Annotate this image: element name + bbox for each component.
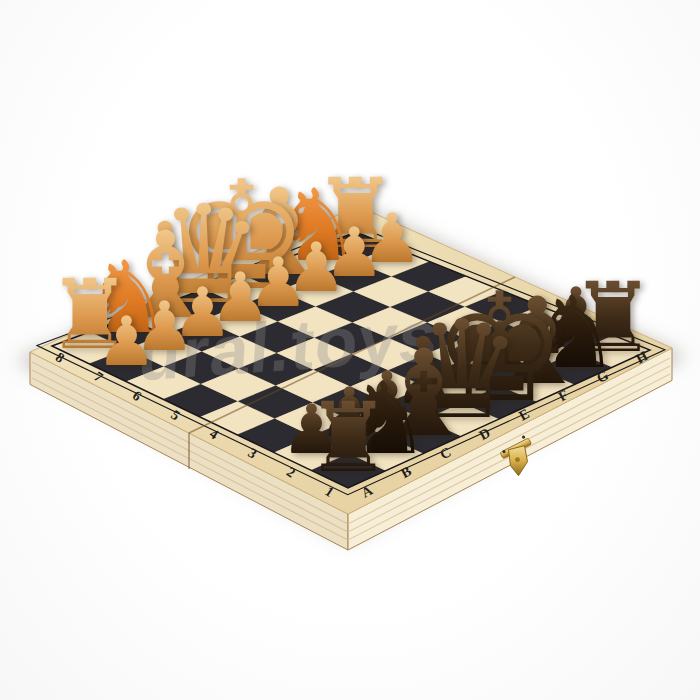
product-photo-scene: 87654321ABCDEFGH ural.toys ♜♞♝♛♚♝♞♜♟♟♟♟♟… [0, 0, 700, 700]
chessboard: 87654321ABCDEFGH [0, 0, 700, 700]
